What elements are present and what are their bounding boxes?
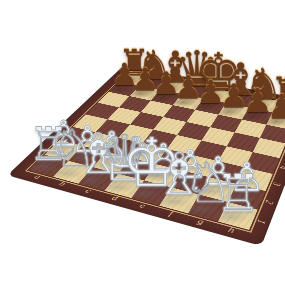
pieces-layer: ♜♞♝♛♚♝♞♜♟♟♟♟♟♟♟♟♙♙♙♙♙♙♙♙♖♘♗♕♔♗♘♖: [0, 0, 285, 285]
black-pawn-h7[interactable]: ♟: [267, 89, 285, 122]
chess-set-photo: abcdefgh 87654321 ♜♞♝♛♚♝♞♜♟♟♟♟♟♟♟♟♙♙♙♙♙♙…: [0, 0, 285, 285]
white-rook-h1[interactable]: ♖: [215, 167, 261, 218]
